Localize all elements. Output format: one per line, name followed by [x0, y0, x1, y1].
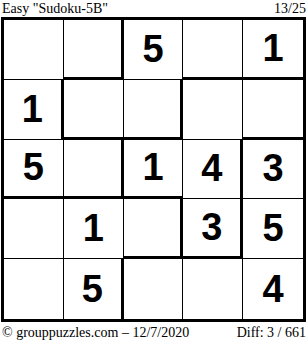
given-digit: 1	[22, 88, 43, 131]
cell-r3c5[interactable]: 3	[243, 140, 303, 200]
cell-r5c2[interactable]: 5	[64, 259, 124, 319]
cell-r1c3[interactable]: 5	[124, 20, 184, 80]
cell-r2c2[interactable]	[64, 80, 124, 140]
footer: © grouppuzzles.com – 12/7/2020 Diff: 3 /…	[0, 322, 308, 340]
given-digit: 5	[142, 28, 163, 71]
given-digit: 1	[83, 207, 104, 250]
cell-r4c5[interactable]: 5	[243, 199, 303, 259]
puzzle-page: Easy "Sudoku-5B" 13/25 511514313554 © gr…	[0, 0, 308, 343]
cell-r1c2[interactable]	[64, 20, 124, 80]
given-digit: 5	[263, 207, 284, 250]
cell-r2c1[interactable]: 1	[4, 80, 64, 140]
sudoku-board: 511514313554	[1, 17, 306, 322]
cell-r2c3[interactable]	[124, 80, 184, 140]
cell-r4c2[interactable]: 1	[64, 199, 124, 259]
cell-r5c3[interactable]	[124, 259, 184, 319]
cell-r5c1[interactable]	[4, 259, 64, 319]
header: Easy "Sudoku-5B" 13/25	[0, 0, 308, 17]
copyright-text: © grouppuzzles.com – 12/7/2020	[2, 325, 189, 340]
cell-r4c1[interactable]	[4, 199, 64, 259]
cell-r4c3[interactable]	[124, 199, 184, 259]
cell-r1c4[interactable]	[183, 20, 243, 80]
given-digit: 1	[263, 27, 284, 70]
puzzle-counter: 13/25	[274, 1, 306, 16]
page-title: Easy "Sudoku-5B"	[2, 1, 108, 16]
cell-r3c4[interactable]: 4	[183, 140, 243, 200]
given-digit: 1	[142, 146, 163, 189]
given-digit: 5	[23, 146, 44, 189]
given-digit: 5	[82, 268, 103, 311]
cell-r5c5[interactable]: 4	[243, 259, 303, 319]
cell-r3c3[interactable]: 1	[124, 140, 184, 200]
cell-r2c4[interactable]	[183, 80, 243, 140]
given-digit: 3	[201, 206, 222, 249]
cell-r3c2[interactable]	[64, 140, 124, 200]
cell-r3c1[interactable]: 5	[4, 140, 64, 200]
given-digit: 4	[201, 147, 222, 190]
cell-r2c5[interactable]	[243, 80, 303, 140]
difficulty-text: Diff: 3 / 661	[237, 325, 306, 340]
given-digit: 4	[263, 268, 284, 311]
cell-r5c4[interactable]	[183, 259, 243, 319]
given-digit: 3	[263, 147, 284, 190]
cell-r1c5[interactable]: 1	[243, 20, 303, 80]
cell-r4c4[interactable]: 3	[183, 199, 243, 259]
cell-r1c1[interactable]	[4, 20, 64, 80]
